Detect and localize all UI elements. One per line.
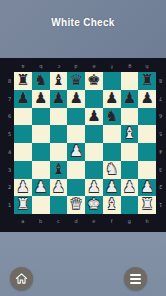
square-c3[interactable]: ♝ [50,161,68,179]
square-e1[interactable]: ♚ [85,196,103,214]
square-b7[interactable]: ♟ [32,90,50,108]
square-f7[interactable]: ♟ [103,90,121,108]
square-b8[interactable]: ♞ [32,72,50,90]
square-g6[interactable] [121,108,139,126]
square-a2[interactable]: ♟ [14,179,32,197]
coord-label: g [121,64,139,70]
black-bishop-c3: ♝ [50,161,68,179]
black-pawn-b7: ♟ [32,90,50,108]
square-h2[interactable]: ♟ [138,179,156,197]
white-pawn-e2: ♟ [85,179,103,197]
square-d8[interactable]: ♛ [67,72,85,90]
coord-label: 3 [8,167,11,173]
square-b3[interactable] [32,161,50,179]
square-b1[interactable] [32,196,50,214]
coord-label: g [121,218,139,224]
black-knight-f6: ♞ [103,108,121,126]
square-f3[interactable]: ♞ [103,161,121,179]
square-e4[interactable] [85,143,103,161]
square-c1[interactable] [50,196,68,214]
square-d4[interactable]: ♟ [67,143,85,161]
square-b6[interactable] [32,108,50,126]
square-f2[interactable]: ♟ [103,179,121,197]
white-pawn-g2: ♟ [121,179,139,197]
square-f5[interactable] [103,125,121,143]
square-a5[interactable] [14,125,32,143]
square-h1[interactable]: ♜ [138,196,156,214]
coord-label: 3 [159,167,162,173]
white-queen-d1: ♛ [67,196,85,214]
square-g5[interactable]: ♝ [121,125,139,143]
square-d6[interactable] [67,108,85,126]
square-a8[interactable]: ♜ [14,72,32,90]
coord-label: 2 [159,184,162,190]
black-pawn-f7: ♟ [103,90,121,108]
white-pawn-a2: ♟ [14,179,32,197]
square-f4[interactable] [103,143,121,161]
coord-label: b [32,218,50,224]
coord-label: b [32,64,50,70]
black-rook-a8: ♜ [14,72,32,90]
square-h7[interactable]: ♟ [138,90,156,108]
square-c6[interactable] [50,108,68,126]
coord-label: a [14,64,32,70]
square-d1[interactable]: ♛ [67,196,85,214]
black-pawn-e6: ♟ [85,108,103,126]
white-pawn-h2: ♟ [138,179,156,197]
square-c2[interactable]: ♟ [50,179,68,197]
coord-label: d [67,64,85,70]
coord-label: 4 [8,149,11,155]
square-e2[interactable]: ♟ [85,179,103,197]
black-pawn-c7: ♟ [50,90,68,108]
square-g2[interactable]: ♟ [121,179,139,197]
white-rook-a1: ♜ [14,196,32,214]
square-e8[interactable]: ♚ [85,72,103,90]
black-bishop-c8: ♝ [50,72,68,90]
square-a4[interactable] [14,143,32,161]
white-rook-h1: ♜ [138,196,156,214]
board-panel: abcdefgh 87654321 ♜♞♝♛♚♜♟♟♟♟♟♟♟♟♞♝♟♝♞♟♟♟… [0,58,166,232]
square-b5[interactable] [32,125,50,143]
black-pawn-d7: ♟ [67,90,85,108]
square-b4[interactable] [32,143,50,161]
header-bar: White Check [0,0,166,58]
coord-label: f [103,64,121,70]
coord-label: 1 [8,202,11,208]
square-d3[interactable] [67,161,85,179]
coord-label: 1 [159,202,162,208]
coord-label: 7 [8,96,11,102]
square-g7[interactable]: ♟ [121,90,139,108]
coord-label: f [103,218,121,224]
white-king-e1: ♚ [85,196,103,214]
coord-label: 4 [159,149,162,155]
square-e3[interactable] [85,161,103,179]
square-c4[interactable] [50,143,68,161]
rank-labels-right: 87654321 [156,72,165,214]
file-labels-bottom: abcdefgh [14,214,156,224]
white-pawn-b2: ♟ [32,179,50,197]
square-b2[interactable]: ♟ [32,179,50,197]
footer-bar [0,232,166,296]
square-e7[interactable] [85,90,103,108]
coord-label: 6 [8,113,11,119]
coord-label: 8 [8,78,11,84]
coord-label: d [67,218,85,224]
white-pawn-d4: ♟ [67,143,85,161]
square-g8[interactable] [121,72,139,90]
black-pawn-g7: ♟ [121,90,139,108]
coord-label: 6 [159,113,162,119]
file-labels-top: abcdefgh [14,64,156,72]
coord-label: 2 [8,184,11,190]
hamburger-icon [130,274,141,284]
black-pawn-a7: ♟ [14,90,32,108]
square-a7[interactable]: ♟ [14,90,32,108]
square-g3[interactable] [121,161,139,179]
coord-label: e [85,64,103,70]
square-d5[interactable] [67,125,85,143]
coord-label: 5 [8,131,11,137]
square-a6[interactable] [14,108,32,126]
home-icon [15,272,28,285]
square-c8[interactable]: ♝ [50,72,68,90]
square-c7[interactable]: ♟ [50,90,68,108]
square-d2[interactable] [67,179,85,197]
square-a3[interactable] [14,161,32,179]
square-h5[interactable] [138,125,156,143]
square-a1[interactable]: ♜ [14,196,32,214]
menu-button[interactable] [124,267,147,290]
black-king-e8: ♚ [85,72,103,90]
coord-label: a [14,218,32,224]
coord-label: h [138,218,156,224]
square-h8[interactable]: ♜ [138,72,156,90]
square-h4[interactable] [138,143,156,161]
square-d7[interactable]: ♟ [67,90,85,108]
chess-board-with-coords: abcdefgh 87654321 ♜♞♝♛♚♜♟♟♟♟♟♟♟♟♞♝♟♝♞♟♟♟… [5,58,165,232]
coord-label: e [85,218,103,224]
page-title: White Check [0,0,166,28]
white-pawn-c2: ♟ [50,179,68,197]
square-f6[interactable]: ♞ [103,108,121,126]
white-pawn-f2: ♟ [103,179,121,197]
coord-label: 8 [159,78,162,84]
square-c5[interactable] [50,125,68,143]
square-e6[interactable]: ♟ [85,108,103,126]
coord-label: c [50,64,68,70]
square-g4[interactable] [121,143,139,161]
square-h6[interactable] [138,108,156,126]
black-knight-b8: ♞ [32,72,50,90]
square-h3[interactable] [138,161,156,179]
square-e5[interactable] [85,125,103,143]
white-bishop-g5: ♝ [121,125,139,143]
square-g1[interactable] [121,196,139,214]
white-knight-f3: ♞ [103,161,121,179]
square-f1[interactable]: ♝ [103,196,121,214]
coord-label: h [138,64,156,70]
rank-labels-left: 87654321 [5,72,14,214]
square-f8[interactable] [103,72,121,90]
coord-label: c [50,218,68,224]
chess-board: ♜♞♝♛♚♜♟♟♟♟♟♟♟♟♞♝♟♝♞♟♟♟♟♟♟♟♜♛♚♝♜ [14,72,156,214]
black-queen-d8: ♛ [67,72,85,90]
black-pawn-h7: ♟ [138,90,156,108]
black-rook-h8: ♜ [138,72,156,90]
coord-label: 5 [159,131,162,137]
white-bishop-f1: ♝ [103,196,121,214]
coord-label: 7 [159,96,162,102]
home-button[interactable] [10,267,33,290]
